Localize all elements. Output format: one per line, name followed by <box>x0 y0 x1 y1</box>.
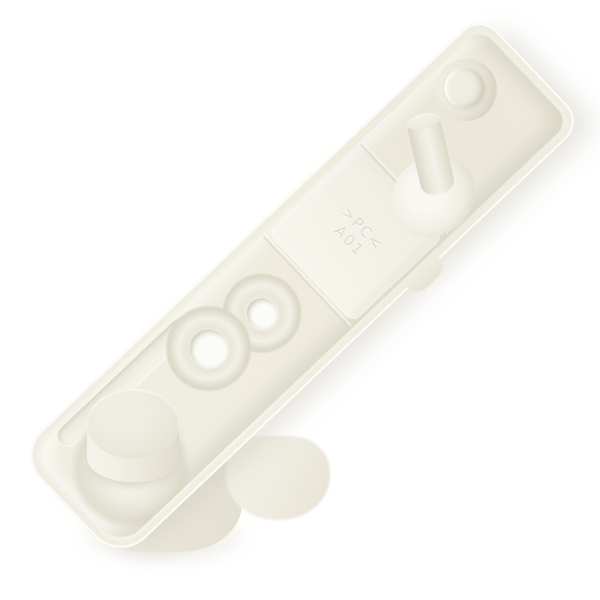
cylinder-boss-top <box>87 389 179 459</box>
button-boss-large-hole <box>182 322 236 376</box>
cylinder-boss <box>87 424 179 482</box>
photo-canvas: >PC< A01 <box>0 0 600 600</box>
embossed-marking: >PC< A01 <box>325 204 387 267</box>
underside-foot-secondary <box>226 436 330 520</box>
button-boss-small-cap <box>436 60 493 117</box>
